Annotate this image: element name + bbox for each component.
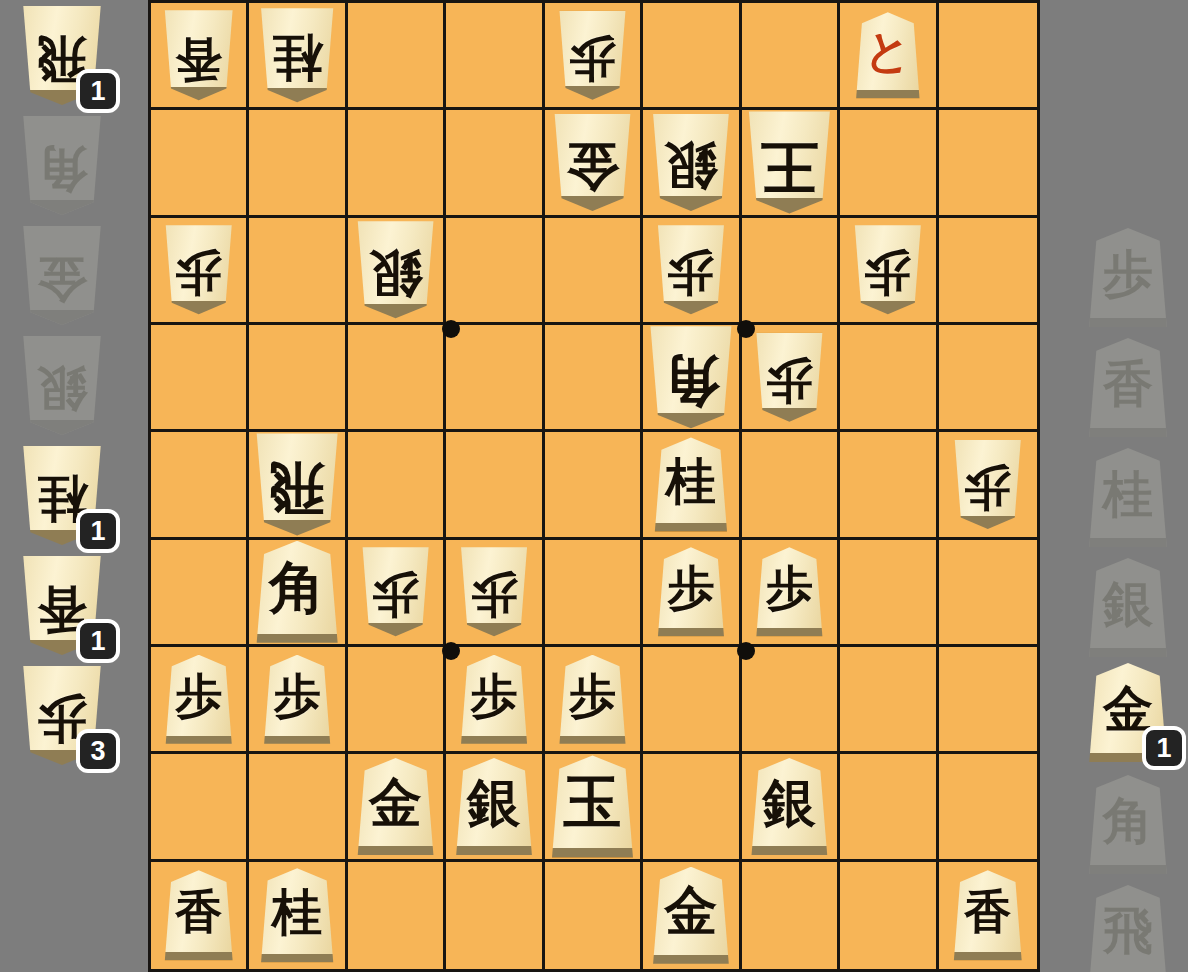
board-cell[interactable]: 銀 bbox=[643, 110, 741, 217]
piece-king-gote[interactable]: 王 bbox=[743, 111, 835, 213]
piece-kanji: 飛 bbox=[269, 460, 325, 516]
piece-gold-gote[interactable]: 金 bbox=[549, 114, 635, 211]
board-cell[interactable] bbox=[446, 432, 544, 539]
board-cell[interactable] bbox=[939, 218, 1037, 325]
piece-bishop-gote: 角 bbox=[18, 116, 106, 215]
board-cell[interactable] bbox=[249, 218, 347, 325]
piece-rook-gote[interactable]: 飛 bbox=[251, 433, 343, 535]
board-cell[interactable]: 歩 bbox=[742, 540, 840, 647]
board-cell[interactable]: 金 bbox=[545, 110, 643, 217]
star-point bbox=[442, 320, 460, 338]
board-cell[interactable] bbox=[840, 862, 938, 969]
piece-pawn-sente[interactable]: 歩 bbox=[457, 655, 532, 744]
piece-pawn-sente[interactable]: 歩 bbox=[260, 655, 335, 744]
piece-kanji: 桂 bbox=[272, 887, 322, 937]
count-badge: 1 bbox=[76, 509, 120, 553]
board-cell[interactable] bbox=[249, 325, 347, 432]
hand-rook-gote[interactable]: 飛1 bbox=[18, 6, 106, 105]
hand-lance-sente: 香 bbox=[1084, 338, 1172, 437]
piece-kanji: 香 bbox=[1103, 359, 1153, 409]
piece-kanji: 歩 bbox=[766, 357, 813, 404]
board-cell[interactable]: 歩 bbox=[742, 325, 840, 432]
board-cell[interactable]: 歩 bbox=[840, 218, 938, 325]
board-cell[interactable] bbox=[742, 3, 840, 110]
piece-kanji: 玉 bbox=[563, 774, 621, 832]
piece-kanji: 香 bbox=[175, 889, 222, 936]
piece-kanji: 金 bbox=[369, 777, 422, 830]
piece-kanji: 銀 bbox=[1103, 579, 1153, 629]
piece-kanji: 歩 bbox=[471, 571, 518, 618]
piece-silver-gote: 銀 bbox=[18, 336, 106, 435]
board-cell[interactable]: 歩 bbox=[151, 218, 249, 325]
board-cell[interactable]: 桂 bbox=[643, 432, 741, 539]
piece-kanji: 金 bbox=[37, 254, 87, 304]
board-cell[interactable]: 香 bbox=[151, 862, 249, 969]
piece-pawn-gote[interactable]: 歩 bbox=[358, 547, 433, 636]
piece-silver-sente[interactable]: 銀 bbox=[451, 758, 537, 855]
board-cell[interactable] bbox=[151, 540, 249, 647]
board-cell[interactable]: 歩 bbox=[446, 540, 544, 647]
board-cell[interactable]: 桂 bbox=[249, 3, 347, 110]
shogi-app: 飛1角金銀桂1香1歩3 香桂歩と金銀王歩銀歩歩角歩飛桂歩角歩歩歩歩歩歩歩歩金銀玉… bbox=[0, 0, 1188, 972]
board-cell[interactable] bbox=[840, 540, 938, 647]
board-cell[interactable]: 王 bbox=[742, 110, 840, 217]
piece-kanji: 歩 bbox=[175, 673, 222, 720]
board-cell[interactable]: 桂 bbox=[249, 862, 347, 969]
piece-knight-gote[interactable]: 桂 bbox=[256, 8, 338, 102]
piece-lance-gote[interactable]: 香 bbox=[160, 10, 237, 100]
piece-bishop-gote[interactable]: 角 bbox=[645, 326, 737, 428]
piece-knight-sente[interactable]: 桂 bbox=[256, 868, 338, 962]
piece-gold-sente[interactable]: 金 bbox=[648, 867, 734, 964]
board-cell[interactable]: 歩 bbox=[348, 540, 446, 647]
piece-kanji: 歩 bbox=[175, 249, 222, 296]
board-cell[interactable] bbox=[742, 862, 840, 969]
piece-kanji: 金 bbox=[664, 885, 717, 938]
board-cell[interactable]: 歩 bbox=[545, 3, 643, 110]
piece-knight-sente: 桂 bbox=[1084, 448, 1172, 547]
board-cell[interactable]: 歩 bbox=[643, 540, 741, 647]
piece-pawn-sente: 歩 bbox=[1084, 228, 1172, 327]
hand-lance-gote[interactable]: 香1 bbox=[18, 556, 106, 655]
hand-silver-gote: 銀 bbox=[18, 336, 106, 435]
board-cell[interactable]: 歩 bbox=[643, 218, 741, 325]
board-cell[interactable]: 飛 bbox=[249, 432, 347, 539]
piece-kanji: 桂 bbox=[1103, 469, 1153, 519]
board-cell[interactable] bbox=[151, 432, 249, 539]
board-cell[interactable] bbox=[939, 325, 1037, 432]
piece-lance-sente[interactable]: 香 bbox=[160, 870, 237, 960]
board-cell[interactable] bbox=[643, 754, 741, 861]
board-cell[interactable]: 香 bbox=[939, 862, 1037, 969]
piece-kanji: 香 bbox=[964, 889, 1011, 936]
board-cell[interactable] bbox=[348, 862, 446, 969]
count-badge: 1 bbox=[76, 69, 120, 113]
count-badge: 3 bbox=[76, 729, 120, 773]
board-cell[interactable] bbox=[348, 3, 446, 110]
piece-kanji: 銀 bbox=[763, 777, 816, 830]
piece-kanji: 歩 bbox=[471, 673, 518, 720]
board-cell[interactable]: 銀 bbox=[348, 218, 446, 325]
board-cell[interactable] bbox=[249, 754, 347, 861]
piece-kanji: 歩 bbox=[1103, 249, 1153, 299]
star-point bbox=[737, 320, 755, 338]
piece-lance-sente: 香 bbox=[1084, 338, 1172, 437]
piece-bishop-sente: 角 bbox=[1084, 775, 1172, 874]
board-cell[interactable] bbox=[840, 432, 938, 539]
piece-kanji: 桂 bbox=[666, 456, 716, 506]
piece-kanji: 銀 bbox=[664, 139, 717, 192]
board-cell[interactable] bbox=[643, 3, 741, 110]
piece-kanji: 王 bbox=[760, 137, 818, 195]
piece-kanji: 歩 bbox=[667, 565, 714, 612]
board-cell[interactable] bbox=[742, 432, 840, 539]
hand-knight-gote[interactable]: 桂1 bbox=[18, 446, 106, 545]
board-cell[interactable] bbox=[840, 110, 938, 217]
piece-pawn-gote[interactable]: 歩 bbox=[457, 547, 532, 636]
board-cell[interactable] bbox=[151, 754, 249, 861]
hand-pawn-sente: 歩 bbox=[1084, 228, 1172, 327]
piece-kanji: 銀 bbox=[468, 777, 521, 830]
piece-kanji: 歩 bbox=[274, 673, 321, 720]
board-cell[interactable] bbox=[348, 647, 446, 754]
piece-rook-sente: 飛 bbox=[1084, 885, 1172, 972]
piece-silver-sente: 銀 bbox=[1084, 558, 1172, 657]
piece-kanji: 銀 bbox=[37, 364, 87, 414]
board-cell[interactable] bbox=[446, 325, 544, 432]
board-cell[interactable] bbox=[249, 110, 347, 217]
board-cell[interactable]: 香 bbox=[151, 3, 249, 110]
piece-pawn-gote[interactable]: 歩 bbox=[850, 225, 925, 314]
hand-pawn-gote[interactable]: 歩3 bbox=[18, 666, 106, 765]
star-point bbox=[737, 642, 755, 660]
board-cell[interactable]: 角 bbox=[249, 540, 347, 647]
piece-pawn-sente[interactable]: 歩 bbox=[161, 655, 236, 744]
piece-silver-gote[interactable]: 銀 bbox=[353, 221, 439, 318]
count-badge: 1 bbox=[1142, 726, 1186, 770]
board-cell[interactable] bbox=[545, 218, 643, 325]
board-cell[interactable] bbox=[939, 110, 1037, 217]
piece-kanji: 角 bbox=[663, 353, 719, 409]
piece-knight-sente[interactable]: 桂 bbox=[650, 437, 732, 531]
piece-bishop-sente[interactable]: 角 bbox=[251, 541, 343, 643]
board-cell[interactable]: 歩 bbox=[446, 647, 544, 754]
board-cell[interactable] bbox=[840, 647, 938, 754]
board-cell[interactable]: 歩 bbox=[939, 432, 1037, 539]
board-cell[interactable] bbox=[446, 3, 544, 110]
piece-kanji: 角 bbox=[1103, 796, 1153, 846]
piece-pawn-gote[interactable]: 歩 bbox=[752, 333, 827, 422]
piece-pawn-sente[interactable]: 歩 bbox=[555, 655, 630, 744]
piece-pawn-gote[interactable]: 歩 bbox=[161, 225, 236, 314]
count-badge: 1 bbox=[76, 619, 120, 663]
piece-kanji: 歩 bbox=[864, 249, 911, 296]
piece-pawn-gote[interactable]: 歩 bbox=[555, 11, 630, 100]
board-cell[interactable]: 歩 bbox=[545, 647, 643, 754]
board-cell[interactable]: 歩 bbox=[151, 647, 249, 754]
piece-pawn-gote[interactable]: 歩 bbox=[950, 440, 1025, 529]
piece-pawn-sente[interactable]: 歩 bbox=[653, 547, 728, 636]
board-cell[interactable] bbox=[643, 647, 741, 754]
board-cell[interactable] bbox=[151, 110, 249, 217]
board-cell[interactable]: 金 bbox=[348, 754, 446, 861]
piece-pawn-sente[interactable]: 歩 bbox=[752, 547, 827, 636]
piece-kanji: 飛 bbox=[1103, 906, 1153, 956]
piece-silver-gote[interactable]: 銀 bbox=[648, 114, 734, 211]
board-cell[interactable] bbox=[939, 647, 1037, 754]
piece-kanji: 角 bbox=[269, 560, 325, 616]
board-cell[interactable] bbox=[545, 325, 643, 432]
board-cell[interactable] bbox=[545, 432, 643, 539]
board-cell[interactable] bbox=[348, 110, 446, 217]
piece-kanji: 歩 bbox=[766, 565, 813, 612]
board-cell[interactable] bbox=[545, 862, 643, 969]
piece-tokin-sente[interactable]: と bbox=[852, 12, 924, 98]
hand-bishop-sente: 角 bbox=[1084, 775, 1172, 874]
board-cell[interactable]: 玉 bbox=[545, 754, 643, 861]
piece-kanji: 銀 bbox=[369, 247, 422, 300]
board-cell[interactable] bbox=[840, 325, 938, 432]
piece-kanji: 歩 bbox=[964, 464, 1011, 511]
piece-kanji: 歩 bbox=[569, 35, 616, 82]
board-cell[interactable] bbox=[446, 218, 544, 325]
piece-king-sente[interactable]: 玉 bbox=[546, 755, 638, 857]
board-cell[interactable] bbox=[348, 325, 446, 432]
piece-kanji: 角 bbox=[37, 144, 87, 194]
hand-gold-gote: 金 bbox=[18, 226, 106, 325]
piece-gold-sente[interactable]: 金 bbox=[353, 758, 439, 855]
hand-rook-sente: 飛 bbox=[1084, 885, 1172, 972]
board-cell[interactable] bbox=[742, 218, 840, 325]
star-point bbox=[442, 642, 460, 660]
shogi-board: 香桂歩と金銀王歩銀歩歩角歩飛桂歩角歩歩歩歩歩歩歩歩金銀玉銀香桂金香 bbox=[148, 0, 1040, 972]
piece-lance-sente[interactable]: 香 bbox=[949, 870, 1026, 960]
board-cell[interactable]: 角 bbox=[643, 325, 741, 432]
board-cell[interactable] bbox=[742, 647, 840, 754]
piece-kanji: 桂 bbox=[272, 33, 322, 83]
piece-kanji: 歩 bbox=[372, 571, 419, 618]
board-cell[interactable] bbox=[446, 862, 544, 969]
piece-kanji: 歩 bbox=[667, 249, 714, 296]
board-cell[interactable]: 銀 bbox=[742, 754, 840, 861]
board-cell[interactable] bbox=[939, 3, 1037, 110]
piece-kanji: と bbox=[864, 29, 911, 75]
board-cell[interactable]: 金 bbox=[643, 862, 741, 969]
hand-gold-sente[interactable]: 金1 bbox=[1084, 663, 1172, 762]
piece-kanji: 歩 bbox=[569, 673, 616, 720]
piece-gold-gote: 金 bbox=[18, 226, 106, 325]
board-cell[interactable] bbox=[939, 540, 1037, 647]
hand-silver-sente: 銀 bbox=[1084, 558, 1172, 657]
piece-silver-sente[interactable]: 銀 bbox=[746, 758, 832, 855]
piece-kanji: 金 bbox=[566, 139, 619, 192]
board-cell[interactable]: 銀 bbox=[446, 754, 544, 861]
hand-bishop-gote: 角 bbox=[18, 116, 106, 215]
board-cell[interactable] bbox=[446, 110, 544, 217]
board-cell[interactable]: 歩 bbox=[249, 647, 347, 754]
board-cell[interactable] bbox=[151, 325, 249, 432]
piece-kanji: 金 bbox=[1103, 684, 1153, 734]
board-cell[interactable] bbox=[545, 540, 643, 647]
board-cell[interactable] bbox=[939, 754, 1037, 861]
hand-knight-sente: 桂 bbox=[1084, 448, 1172, 547]
board-cell[interactable] bbox=[348, 432, 446, 539]
board-cell[interactable] bbox=[840, 754, 938, 861]
piece-kanji: 香 bbox=[175, 35, 222, 82]
board-cell[interactable]: と bbox=[840, 3, 938, 110]
piece-pawn-gote[interactable]: 歩 bbox=[653, 225, 728, 314]
